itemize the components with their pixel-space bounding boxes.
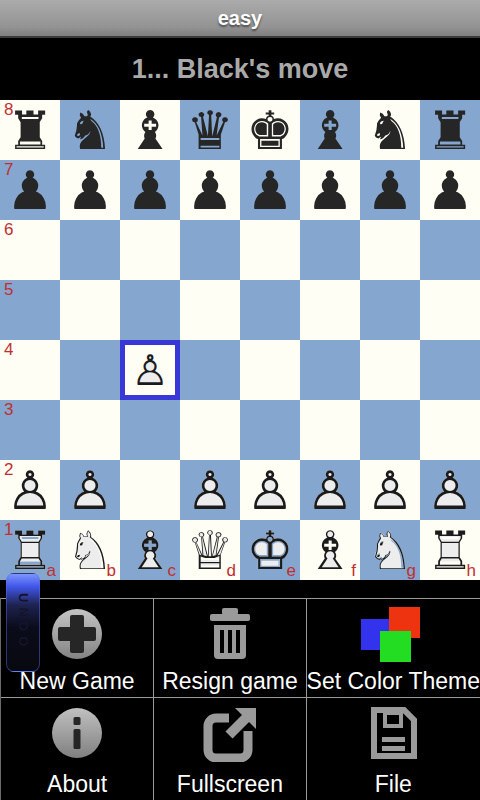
rank-label: 3 (4, 400, 13, 419)
file-label: e (287, 561, 296, 580)
square-d7[interactable]: ♟ (180, 160, 240, 220)
square-e7[interactable]: ♟ (240, 160, 300, 220)
piece-white-pawn: ♟♙ (360, 460, 420, 520)
file-label: g (407, 561, 416, 580)
floppy-disk-icon (368, 706, 418, 760)
square-h8[interactable]: ♜ (420, 100, 480, 160)
piece-black-knight: ♞ (60, 100, 120, 160)
file-label: b (107, 561, 116, 580)
square-f2[interactable]: ♟♙ (300, 460, 360, 520)
piece-black-rook: ♜ (420, 100, 480, 160)
square-c6[interactable] (120, 220, 180, 280)
menu-item-label: Fullscreen (177, 771, 283, 798)
square-e6[interactable] (240, 220, 300, 280)
menu-item-set-color-theme[interactable]: Set Color Theme (306, 599, 480, 697)
rank-label: 8 (4, 100, 13, 119)
square-h4[interactable] (420, 340, 480, 400)
piece-black-pawn: ♟ (360, 160, 420, 220)
square-b8[interactable]: ♞ (60, 100, 120, 160)
piece-white-pawn-outline: ♙ (300, 460, 360, 520)
square-b6[interactable] (60, 220, 120, 280)
square-b1[interactable]: b♞♘ (60, 520, 120, 580)
square-a6[interactable]: 6 (0, 220, 60, 280)
rank-label: 6 (4, 220, 13, 239)
menu-item-label: Set Color Theme (307, 668, 480, 695)
piece-black-bishop: ♝ (300, 100, 360, 160)
square-c2[interactable] (120, 460, 180, 520)
square-d8[interactable]: ♛ (180, 100, 240, 160)
square-e2[interactable]: ♟♙ (240, 460, 300, 520)
app-title: easy (218, 7, 263, 30)
square-g3[interactable] (360, 400, 420, 460)
square-a3[interactable]: 3 (0, 400, 60, 460)
rank-label: 5 (4, 280, 13, 299)
piece-black-pawn: ♟ (420, 160, 480, 220)
square-c7[interactable]: ♟ (120, 160, 180, 220)
info-circle-icon (50, 706, 104, 760)
piece-white-pawn-outline: ♙ (60, 460, 120, 520)
square-b3[interactable] (60, 400, 120, 460)
piece-white-pawn: ♟♙ (420, 460, 480, 520)
square-c4[interactable]: ♟♙ (120, 340, 180, 400)
square-f4[interactable] (300, 340, 360, 400)
piece-black-pawn: ♟ (120, 160, 180, 220)
square-h5[interactable] (420, 280, 480, 340)
plus-circle-icon (50, 607, 104, 661)
theme-green-square (380, 631, 411, 662)
square-c3[interactable] (120, 400, 180, 460)
square-h3[interactable] (420, 400, 480, 460)
rank-label: 7 (4, 160, 13, 179)
piece-black-queen: ♛ (180, 100, 240, 160)
menu-item-label: File (375, 771, 412, 798)
square-f3[interactable] (300, 400, 360, 460)
piece-black-pawn: ♟ (60, 160, 120, 220)
square-e4[interactable] (240, 340, 300, 400)
menu-item-label: New Game (20, 668, 135, 695)
undo-button-label: UNDO (16, 593, 31, 651)
file-label: a (47, 561, 56, 580)
square-b4[interactable] (60, 340, 120, 400)
square-d1[interactable]: d♛♕ (180, 520, 240, 580)
piece-black-king: ♚ (240, 100, 300, 160)
square-b5[interactable] (60, 280, 120, 340)
piece-black-knight: ♞ (360, 100, 420, 160)
square-g8[interactable]: ♞ (360, 100, 420, 160)
piece-black-pawn: ♟ (240, 160, 300, 220)
square-h1[interactable]: h♜♖ (420, 520, 480, 580)
square-h6[interactable] (420, 220, 480, 280)
square-a8[interactable]: 8♜ (0, 100, 60, 160)
file-label: c (168, 561, 177, 580)
piece-white-pawn-outline: ♙ (180, 460, 240, 520)
square-f1[interactable]: f♝♗ (300, 520, 360, 580)
piece-white-pawn: ♟♙ (240, 460, 300, 520)
piece-white-pawn-outline: ♙ (240, 460, 300, 520)
move-status: 1... Black's move (0, 38, 480, 100)
rank-label: 2 (4, 460, 13, 479)
piece-white-pawn-outline: ♙ (420, 460, 480, 520)
piece-white-pawn: ♟♙ (120, 340, 180, 400)
square-f7[interactable]: ♟ (300, 160, 360, 220)
square-e5[interactable] (240, 280, 300, 340)
square-a1[interactable]: 1a♜♖ (0, 520, 60, 580)
piece-white-pawn-outline: ♙ (120, 340, 180, 400)
menu-item-file[interactable]: File (306, 697, 480, 800)
square-a5[interactable]: 5 (0, 280, 60, 340)
color-squares-icon (361, 607, 425, 665)
options-menu: New Game Resign game Set Color Theme (0, 598, 480, 800)
square-g4[interactable] (360, 340, 420, 400)
square-b7[interactable]: ♟ (60, 160, 120, 220)
file-label: f (351, 561, 356, 580)
square-d4[interactable] (180, 340, 240, 400)
move-status-text: 1... Black's move (132, 54, 349, 85)
square-h2[interactable]: ♟♙ (420, 460, 480, 520)
fullscreen-arrow-icon (202, 706, 258, 762)
square-d5[interactable] (180, 280, 240, 340)
piece-white-pawn: ♟♙ (300, 460, 360, 520)
square-f5[interactable] (300, 280, 360, 340)
square-g5[interactable] (360, 280, 420, 340)
undo-button[interactable]: UNDO (6, 573, 40, 672)
square-g7[interactable]: ♟ (360, 160, 420, 220)
square-d6[interactable] (180, 220, 240, 280)
square-f8[interactable]: ♝ (300, 100, 360, 160)
menu-item-about[interactable]: About (1, 697, 153, 800)
square-c8[interactable]: ♝ (120, 100, 180, 160)
square-h7[interactable]: ♟ (420, 160, 480, 220)
menu-item-label: About (47, 771, 107, 798)
square-g2[interactable]: ♟♙ (360, 460, 420, 520)
menu-item-resign-game[interactable]: Resign game (153, 599, 305, 697)
piece-black-pawn: ♟ (300, 160, 360, 220)
file-label: h (467, 561, 476, 580)
piece-white-pawn: ♟♙ (60, 460, 120, 520)
piece-black-bishop: ♝ (120, 100, 180, 160)
square-a2[interactable]: 2♟♙ (0, 460, 60, 520)
app-screen: easy 1... Black's move 8♜♞♝♛♚♝♞♜7♟♟♟♟♟♟♟… (0, 0, 480, 800)
chess-board[interactable]: 8♜♞♝♛♚♝♞♜7♟♟♟♟♟♟♟♟654♟♙32♟♙♟♙♟♙♟♙♟♙♟♙♟♙1… (0, 100, 480, 580)
square-f6[interactable] (300, 220, 360, 280)
square-d2[interactable]: ♟♙ (180, 460, 240, 520)
square-e1[interactable]: e♚♔ (240, 520, 300, 580)
square-e8[interactable]: ♚ (240, 100, 300, 160)
menu-item-label: Resign game (162, 668, 298, 695)
rank-label: 1 (4, 520, 13, 539)
square-e3[interactable] (240, 400, 300, 460)
square-b2[interactable]: ♟♙ (60, 460, 120, 520)
file-label: d (227, 561, 236, 580)
square-a4[interactable]: 4 (0, 340, 60, 400)
square-d3[interactable] (180, 400, 240, 460)
piece-black-pawn: ♟ (180, 160, 240, 220)
square-a7[interactable]: 7♟ (0, 160, 60, 220)
trash-icon (207, 607, 253, 661)
square-g1[interactable]: g♞♘ (360, 520, 420, 580)
menu-item-fullscreen[interactable]: Fullscreen (153, 697, 305, 800)
title-bar: easy (0, 0, 480, 38)
piece-white-pawn-outline: ♙ (360, 460, 420, 520)
square-g6[interactable] (360, 220, 420, 280)
piece-white-pawn: ♟♙ (180, 460, 240, 520)
rank-label: 4 (4, 340, 13, 359)
square-c1[interactable]: c♝♗ (120, 520, 180, 580)
square-c5[interactable] (120, 280, 180, 340)
